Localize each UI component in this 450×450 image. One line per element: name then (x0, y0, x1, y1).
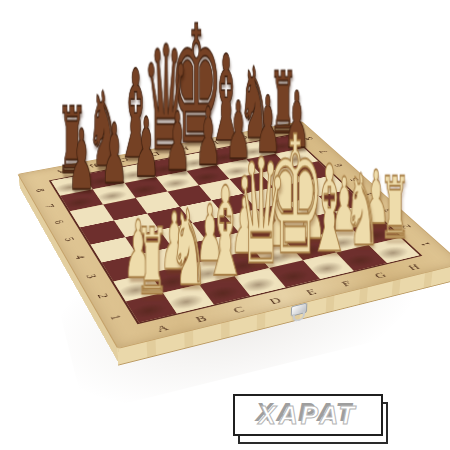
watermark-box: ХАРАТ (233, 394, 383, 436)
watermark-text: ХАРАТ (259, 400, 358, 431)
piece-anchor: ♜ (83, 135, 220, 306)
rank-label-left-7: 7 (30, 199, 68, 213)
square-a1[interactable]: ♜ (126, 293, 177, 323)
watermark: ХАРАТ (233, 394, 379, 432)
chess-set-product-photo: ABCDEFGH ABCDEFGH 87654321 87654321 ♜♞♝♛… (0, 0, 450, 450)
piece-white-rook[interactable]: ♜ (135, 217, 168, 309)
